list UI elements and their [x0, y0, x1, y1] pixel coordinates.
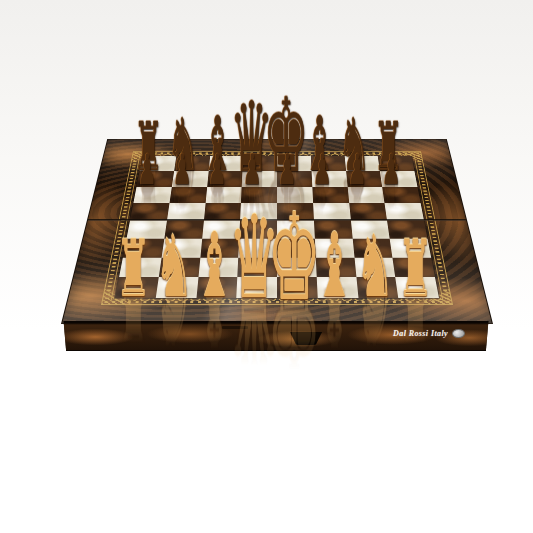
square-c3 [200, 238, 239, 257]
square-g7 [346, 171, 383, 187]
square-b2 [159, 257, 200, 277]
square-e1 [277, 277, 317, 298]
square-e5 [277, 203, 314, 220]
square-d2 [238, 257, 277, 277]
square-g5 [349, 203, 387, 220]
square-f3 [315, 238, 354, 257]
square-b7 [172, 171, 209, 187]
square-a1 [115, 277, 159, 298]
square-e4 [277, 220, 315, 238]
square-c8 [208, 156, 243, 171]
square-g8 [344, 156, 380, 171]
square-h8 [378, 156, 415, 171]
square-c5 [204, 203, 242, 220]
square-e7 [277, 171, 312, 187]
square-f8 [311, 156, 346, 171]
square-h7 [380, 171, 417, 187]
square-c4 [202, 220, 240, 238]
square-a7 [137, 171, 174, 187]
square-h3 [390, 238, 431, 257]
square-f4 [314, 220, 352, 238]
square-e6 [277, 187, 313, 203]
square-a3 [123, 238, 164, 257]
square-a4 [127, 220, 167, 238]
square-d1 [237, 277, 277, 298]
square-g6 [347, 187, 385, 203]
square-h6 [382, 187, 420, 203]
square-e2 [277, 257, 316, 277]
square-d8 [243, 156, 277, 171]
hinge-seam-mark [222, 326, 248, 329]
square-h4 [387, 220, 427, 238]
square-c2 [198, 257, 238, 277]
square-d3 [238, 238, 277, 257]
latch-notch [290, 332, 322, 345]
square-c1 [196, 277, 238, 298]
brand-area: Dal Rossi Italy [393, 329, 465, 338]
chessboard [61, 139, 493, 324]
square-f7 [311, 171, 347, 187]
square-e3 [277, 238, 316, 257]
brand-script: Dal Rossi Italy [393, 329, 448, 338]
square-h1 [395, 277, 439, 298]
square-a8 [140, 156, 177, 171]
square-f5 [313, 203, 351, 220]
square-a6 [133, 187, 171, 203]
gold-scallop-row-bottom [113, 299, 442, 305]
square-d6 [241, 187, 277, 203]
board-grid [114, 156, 440, 299]
front-edge-panel: Dal Rossi Italy [61, 321, 491, 351]
square-h2 [393, 257, 435, 277]
square-d4 [239, 220, 277, 238]
square-h5 [385, 203, 424, 220]
square-b8 [174, 156, 210, 171]
square-c6 [205, 187, 242, 203]
square-f6 [312, 187, 349, 203]
square-b1 [156, 277, 199, 298]
square-a5 [130, 203, 169, 220]
square-b3 [161, 238, 201, 257]
brand-badge [452, 329, 465, 338]
square-b4 [164, 220, 203, 238]
square-e8 [277, 156, 311, 171]
square-b5 [167, 203, 205, 220]
square-g4 [350, 220, 389, 238]
board-hinge [88, 219, 467, 221]
square-g2 [354, 257, 395, 277]
square-b6 [169, 187, 207, 203]
square-d5 [240, 203, 277, 220]
chess-set-photo: Dal Rossi Italy ♜♜♞♞♝♝♛♛♚♚♝♝♞♞♜♜♟♟♟♟♟♟♟♟… [0, 0, 533, 533]
square-f2 [316, 257, 356, 277]
square-g3 [352, 238, 392, 257]
square-c7 [207, 171, 243, 187]
square-a2 [119, 257, 161, 277]
square-f1 [316, 277, 358, 298]
square-d7 [242, 171, 277, 187]
square-g1 [356, 277, 399, 298]
